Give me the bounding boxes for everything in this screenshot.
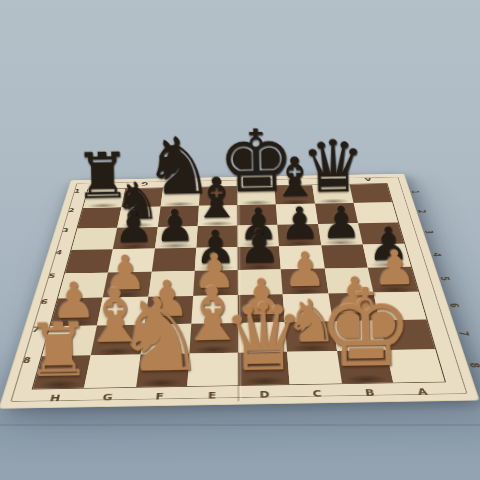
square-b4[interactable] <box>321 244 368 268</box>
square-e5[interactable]: ♟ <box>193 270 238 296</box>
square-b8[interactable]: ♚ <box>337 350 393 384</box>
coord-label-4: 4 <box>49 250 63 274</box>
square-f4[interactable] <box>151 248 196 272</box>
square-b2[interactable] <box>315 203 358 224</box>
square-e4[interactable]: ♟ <box>195 247 238 271</box>
square-a6[interactable] <box>373 292 426 320</box>
coord-label-F: F <box>133 392 186 401</box>
square-c3[interactable]: ♟ <box>278 224 321 246</box>
square-b6[interactable]: ♟ <box>328 293 379 321</box>
coord-label-C: C <box>274 178 312 183</box>
square-f1[interactable]: ♞ <box>160 187 200 206</box>
square-a5[interactable]: ♟ <box>368 267 419 293</box>
coord-label-1: 1 <box>69 189 81 208</box>
coord-label-2: 2 <box>63 208 75 228</box>
coord-label-A: A <box>348 177 386 182</box>
coord-label-B: B <box>343 388 397 397</box>
square-h5[interactable] <box>58 272 108 298</box>
coord-label-3: 3 <box>392 230 434 234</box>
square-c4[interactable] <box>279 245 324 269</box>
square-d1[interactable]: ♚ <box>237 186 276 205</box>
coord-label-D: D <box>238 390 291 399</box>
square-a7[interactable] <box>379 319 435 350</box>
square-e1[interactable] <box>199 187 238 206</box>
square-h2[interactable] <box>78 207 122 228</box>
coord-label-4: 4 <box>398 252 442 257</box>
square-d2[interactable] <box>237 205 277 226</box>
square-f3[interactable]: ♟ <box>154 226 197 248</box>
board-tilt-wrapper: HGFEDCBA HGFEDCBA 12345678 12345678 ♜♞♚♝… <box>0 0 480 480</box>
coord-label-H: H <box>88 182 126 187</box>
piece-shadow <box>36 379 82 390</box>
square-h7[interactable] <box>42 325 97 356</box>
square-f6[interactable]: ♟ <box>144 296 193 324</box>
square-d7[interactable] <box>238 322 287 353</box>
square-f7[interactable] <box>140 323 191 354</box>
square-e2[interactable]: ♝ <box>197 205 237 226</box>
square-g8[interactable] <box>84 354 140 388</box>
square-d3[interactable]: ♟ <box>237 224 279 246</box>
coord-label-7: 7 <box>24 327 41 357</box>
square-c5[interactable]: ♟ <box>281 268 328 294</box>
square-c8[interactable] <box>287 351 341 385</box>
square-g5[interactable]: ♟ <box>103 272 151 298</box>
square-g1[interactable] <box>122 188 163 207</box>
square-b3[interactable]: ♟ <box>318 223 363 245</box>
square-e8[interactable] <box>187 352 238 386</box>
coord-label-6: 6 <box>33 299 49 327</box>
square-g7[interactable]: ♝ <box>91 324 144 355</box>
coord-label-F: F <box>163 180 201 185</box>
square-d4[interactable]: ♟ <box>238 246 281 270</box>
square-g6[interactable] <box>97 297 148 325</box>
coord-label-3: 3 <box>56 228 69 250</box>
square-g3[interactable]: ♟ <box>113 227 157 249</box>
square-h6[interactable]: ♟ <box>50 298 103 326</box>
square-c6[interactable] <box>283 294 332 322</box>
square-h4[interactable] <box>65 249 113 273</box>
square-a8[interactable] <box>386 349 445 382</box>
square-b1[interactable]: ♛ <box>312 184 353 203</box>
perspective-scene: HGFEDCBA HGFEDCBA 12345678 12345678 ♜♞♚♝… <box>37 69 438 470</box>
coord-label-8: 8 <box>14 357 32 390</box>
square-d6[interactable]: ♟ <box>238 294 285 322</box>
coord-label-5: 5 <box>41 273 56 299</box>
coord-label-H: H <box>28 394 82 403</box>
chessboard: HGFEDCBA HGFEDCBA 12345678 12345678 ♜♞♚♝… <box>0 174 478 408</box>
square-g4[interactable] <box>108 248 154 272</box>
square-b5[interactable] <box>324 268 373 294</box>
coord-label-E: E <box>186 391 239 400</box>
square-h1[interactable]: ♜ <box>83 189 125 208</box>
square-d8[interactable]: ♛ <box>238 352 290 386</box>
piece-shadow <box>139 378 184 389</box>
square-c1[interactable]: ♝ <box>275 185 315 204</box>
coord-label-G: G <box>125 181 163 186</box>
chessboard-photo: HGFEDCBA HGFEDCBA 12345678 12345678 ♜♞♚♝… <box>0 0 480 480</box>
piece-shadow <box>242 376 286 387</box>
coord-label-G: G <box>80 393 134 402</box>
coord-label-C: C <box>291 389 344 398</box>
piece-shadow <box>344 374 390 385</box>
chessboard-grid: ♜♞♚♝♛♞♝♟♟♟♟♟♟♟♟♟♟♟♟♟♟♟♟♝♝♞♜♞♛♚ <box>32 183 446 389</box>
square-g2[interactable]: ♞ <box>117 207 160 228</box>
coord-label-A: A <box>395 387 450 396</box>
white-pawn-b6[interactable]: ♟ <box>332 269 378 320</box>
coord-label-2: 2 <box>386 210 427 214</box>
piece-shadow <box>200 220 234 227</box>
square-e6[interactable] <box>191 295 238 323</box>
coord-label-B: B <box>311 177 349 182</box>
square-c7[interactable]: ♞ <box>285 321 336 352</box>
square-h3[interactable] <box>72 228 118 250</box>
square-c2[interactable] <box>276 204 318 225</box>
black-rook-h1[interactable]: ♜ <box>73 144 130 207</box>
square-f8[interactable]: ♞ <box>136 353 189 387</box>
square-f2[interactable] <box>157 206 198 227</box>
square-e3[interactable] <box>196 225 238 247</box>
coord-label-E: E <box>200 180 237 185</box>
square-d5[interactable] <box>238 269 283 295</box>
coord-label-D: D <box>237 179 274 184</box>
square-f5[interactable] <box>148 271 195 297</box>
coord-label-1: 1 <box>381 190 420 194</box>
square-b7[interactable] <box>332 320 386 351</box>
square-h8[interactable]: ♜ <box>33 355 91 389</box>
square-e7[interactable]: ♝ <box>189 323 238 354</box>
